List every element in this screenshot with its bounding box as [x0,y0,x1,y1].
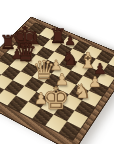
chess-set-photo: ♜♚♝♟♛♜♟♞♟♛♟♟♝♟♞♟♚ [0,0,114,144]
